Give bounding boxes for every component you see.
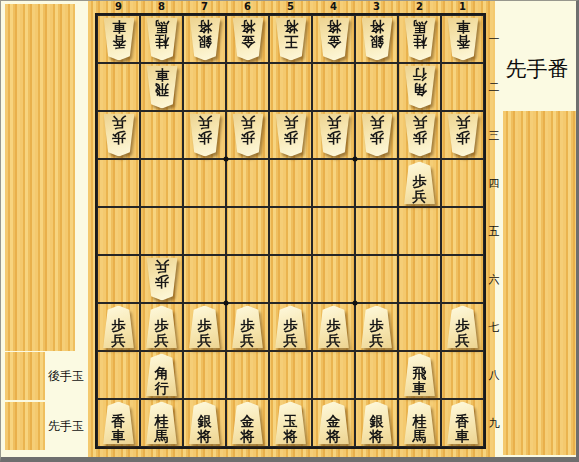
- square-8-1[interactable]: 桂馬: [140, 15, 183, 63]
- koma-face: 歩兵: [316, 114, 351, 157]
- turn-indicator: 先手番: [497, 55, 577, 83]
- square-8-2[interactable]: 飛車: [140, 63, 183, 111]
- koma-face: 歩兵: [101, 306, 136, 349]
- koma-face: 角行: [144, 354, 179, 397]
- square-9-3[interactable]: 歩兵: [97, 111, 140, 159]
- square-6-8[interactable]: [226, 351, 269, 399]
- square-5-2[interactable]: [269, 63, 312, 111]
- square-1-6[interactable]: [441, 255, 484, 303]
- square-9-2[interactable]: [97, 63, 140, 111]
- koma-face: 歩兵: [445, 306, 480, 349]
- gote-komadai-panel[interactable]: [5, 4, 75, 351]
- piece-sente-銀将[interactable]: 銀将: [187, 402, 222, 445]
- koma-face: 香車: [445, 18, 480, 61]
- square-2-1[interactable]: 桂馬: [398, 15, 441, 63]
- square-6-6[interactable]: [226, 255, 269, 303]
- square-9-1[interactable]: 香車: [97, 15, 140, 63]
- square-3-2[interactable]: [355, 63, 398, 111]
- koma-face: 角行: [402, 66, 437, 109]
- piece-gote-歩兵[interactable]: 歩兵: [101, 114, 136, 157]
- rank-label-5: 五: [487, 207, 501, 255]
- square-5-1[interactable]: 王将: [269, 15, 312, 63]
- square-4-3[interactable]: 歩兵: [312, 111, 355, 159]
- square-5-3[interactable]: 歩兵: [269, 111, 312, 159]
- piece-gote-金将[interactable]: 金将: [230, 18, 265, 61]
- file-label-5: 5: [269, 1, 312, 13]
- piece-gote-歩兵[interactable]: 歩兵: [402, 114, 437, 157]
- piece-gote-銀将[interactable]: 銀将: [187, 18, 222, 61]
- square-8-4[interactable]: [140, 159, 183, 207]
- star-point: [224, 157, 229, 162]
- piece-gote-王将[interactable]: 王将: [273, 18, 308, 61]
- star-point: [353, 301, 358, 306]
- koma-face: 歩兵: [230, 306, 265, 349]
- square-2-8[interactable]: 飛車: [398, 351, 441, 399]
- piece-sente-桂馬[interactable]: 桂馬: [402, 402, 437, 445]
- square-4-7[interactable]: 歩兵: [312, 303, 355, 351]
- star-point: [353, 157, 358, 162]
- square-4-5[interactable]: [312, 207, 355, 255]
- square-4-6[interactable]: [312, 255, 355, 303]
- square-6-1[interactable]: 金将: [226, 15, 269, 63]
- file-label-6: 6: [226, 1, 269, 13]
- sente-king-tray[interactable]: [5, 402, 45, 450]
- koma-face: 金将: [316, 18, 351, 61]
- piece-gote-桂馬[interactable]: 桂馬: [144, 18, 179, 61]
- square-4-9[interactable]: 金将: [312, 399, 355, 447]
- square-6-2[interactable]: [226, 63, 269, 111]
- piece-sente-歩兵[interactable]: 歩兵: [187, 306, 222, 349]
- koma-face: 銀将: [187, 402, 222, 445]
- square-4-8[interactable]: [312, 351, 355, 399]
- piece-sente-歩兵[interactable]: 歩兵: [144, 306, 179, 349]
- koma-face: 歩兵: [316, 306, 351, 349]
- square-1-1[interactable]: 香車: [441, 15, 484, 63]
- koma-face: 玉将: [273, 402, 308, 445]
- piece-gote-歩兵[interactable]: 歩兵: [144, 258, 179, 301]
- gote-king-tray-label: 後手玉: [46, 352, 86, 400]
- koma-face: 王将: [273, 18, 308, 61]
- square-9-6[interactable]: [97, 255, 140, 303]
- koma-face: 歩兵: [187, 114, 222, 157]
- piece-sente-金将[interactable]: 金将: [230, 402, 265, 445]
- piece-sente-角行[interactable]: 角行: [144, 354, 179, 397]
- file-label-4: 4: [312, 1, 355, 13]
- rank-label-8: 八: [487, 351, 501, 399]
- koma-face: 銀将: [359, 402, 394, 445]
- koma-face: 歩兵: [101, 114, 136, 157]
- sente-king-tray-label: 先手玉: [46, 402, 86, 450]
- square-8-9[interactable]: 桂馬: [140, 399, 183, 447]
- koma-face: 香車: [101, 18, 136, 61]
- koma-face: 銀将: [359, 18, 394, 61]
- koma-face: 香車: [445, 402, 480, 445]
- piece-gote-金将[interactable]: 金将: [316, 18, 351, 61]
- koma-face: 歩兵: [230, 114, 265, 157]
- board-grid: 香車桂馬銀将金将王将金将銀将桂馬香車飛車角行歩兵歩兵歩兵歩兵歩兵歩兵歩兵歩兵歩兵…: [95, 13, 486, 449]
- piece-sente-歩兵[interactable]: 歩兵: [101, 306, 136, 349]
- square-3-8[interactable]: [355, 351, 398, 399]
- piece-sente-歩兵[interactable]: 歩兵: [273, 306, 308, 349]
- piece-sente-歩兵[interactable]: 歩兵: [445, 306, 480, 349]
- file-label-2: 2: [398, 1, 441, 13]
- square-5-6[interactable]: [269, 255, 312, 303]
- square-3-5[interactable]: [355, 207, 398, 255]
- square-6-4[interactable]: [226, 159, 269, 207]
- square-5-7[interactable]: 歩兵: [269, 303, 312, 351]
- square-7-9[interactable]: 銀将: [183, 399, 226, 447]
- piece-gote-歩兵[interactable]: 歩兵: [359, 114, 394, 157]
- square-6-9[interactable]: 金将: [226, 399, 269, 447]
- square-7-3[interactable]: 歩兵: [183, 111, 226, 159]
- square-7-7[interactable]: 歩兵: [183, 303, 226, 351]
- koma-face: 歩兵: [144, 306, 179, 349]
- koma-face: 歩兵: [187, 306, 222, 349]
- square-2-9[interactable]: 桂馬: [398, 399, 441, 447]
- rank-label-4: 四: [487, 159, 501, 207]
- koma-face: 歩兵: [273, 306, 308, 349]
- piece-gote-歩兵[interactable]: 歩兵: [316, 114, 351, 157]
- koma-face: 金将: [316, 402, 351, 445]
- square-8-6[interactable]: 歩兵: [140, 255, 183, 303]
- square-7-1[interactable]: 銀将: [183, 15, 226, 63]
- piece-sente-歩兵[interactable]: 歩兵: [230, 306, 265, 349]
- file-label-1: 1: [441, 1, 484, 13]
- piece-gote-歩兵[interactable]: 歩兵: [273, 114, 308, 157]
- piece-gote-銀将[interactable]: 銀将: [359, 18, 394, 61]
- piece-sente-歩兵[interactable]: 歩兵: [359, 306, 394, 349]
- rank-label-7: 七: [487, 303, 501, 351]
- square-1-4[interactable]: [441, 159, 484, 207]
- square-1-3[interactable]: 歩兵: [441, 111, 484, 159]
- piece-sente-歩兵[interactable]: 歩兵: [316, 306, 351, 349]
- koma-face: 歩兵: [359, 114, 394, 157]
- koma-face: 桂馬: [402, 402, 437, 445]
- koma-face: 銀将: [187, 18, 222, 61]
- shogi-app-window: 後手玉 先手玉 987654321 香車桂馬銀将金将王将金将銀将桂馬香車飛車角行…: [0, 0, 579, 462]
- piece-gote-飛車[interactable]: 飛車: [144, 66, 179, 109]
- koma-face: 桂馬: [144, 18, 179, 61]
- square-2-6[interactable]: [398, 255, 441, 303]
- board-panel: 987654321 香車桂馬銀将金将王将金将銀将桂馬香車飛車角行歩兵歩兵歩兵歩兵…: [88, 1, 495, 457]
- square-7-5[interactable]: [183, 207, 226, 255]
- koma-face: 金将: [230, 402, 265, 445]
- koma-face: 金将: [230, 18, 265, 61]
- koma-face: 桂馬: [402, 18, 437, 61]
- square-3-1[interactable]: 銀将: [355, 15, 398, 63]
- square-2-4[interactable]: 歩兵: [398, 159, 441, 207]
- gote-king-tray[interactable]: [5, 352, 45, 400]
- rank-label-3: 三: [487, 111, 501, 159]
- file-label-8: 8: [140, 1, 183, 13]
- square-6-7[interactable]: 歩兵: [226, 303, 269, 351]
- star-point: [224, 301, 229, 306]
- koma-face: 歩兵: [402, 162, 437, 205]
- koma-face: 飛車: [402, 354, 437, 397]
- square-7-6[interactable]: [183, 255, 226, 303]
- square-6-3[interactable]: 歩兵: [226, 111, 269, 159]
- square-2-3[interactable]: 歩兵: [398, 111, 441, 159]
- piece-sente-香車[interactable]: 香車: [101, 402, 136, 445]
- square-6-5[interactable]: [226, 207, 269, 255]
- piece-sente-香車[interactable]: 香車: [445, 402, 480, 445]
- piece-sente-桂馬[interactable]: 桂馬: [144, 402, 179, 445]
- file-label-3: 3: [355, 1, 398, 13]
- piece-sente-玉将[interactable]: 玉将: [273, 402, 308, 445]
- piece-gote-歩兵[interactable]: 歩兵: [230, 114, 265, 157]
- rank-label-6: 六: [487, 255, 501, 303]
- square-5-8[interactable]: [269, 351, 312, 399]
- koma-face: 歩兵: [402, 114, 437, 157]
- square-7-8[interactable]: [183, 351, 226, 399]
- koma-face: 飛車: [144, 66, 179, 109]
- piece-gote-歩兵[interactable]: 歩兵: [187, 114, 222, 157]
- koma-face: 歩兵: [445, 114, 480, 157]
- square-1-7[interactable]: 歩兵: [441, 303, 484, 351]
- piece-gote-香車[interactable]: 香車: [101, 18, 136, 61]
- square-8-5[interactable]: [140, 207, 183, 255]
- koma-face: 桂馬: [144, 402, 179, 445]
- file-label-9: 9: [97, 1, 140, 13]
- square-8-7[interactable]: 歩兵: [140, 303, 183, 351]
- square-4-1[interactable]: 金将: [312, 15, 355, 63]
- square-8-8[interactable]: 角行: [140, 351, 183, 399]
- file-label-7: 7: [183, 1, 226, 13]
- square-9-4[interactable]: [97, 159, 140, 207]
- square-9-7[interactable]: 歩兵: [97, 303, 140, 351]
- sente-komadai-panel[interactable]: [503, 111, 576, 455]
- square-5-9[interactable]: 玉将: [269, 399, 312, 447]
- square-3-7[interactable]: 歩兵: [355, 303, 398, 351]
- square-8-3[interactable]: [140, 111, 183, 159]
- koma-face: 香車: [101, 402, 136, 445]
- square-1-2[interactable]: [441, 63, 484, 111]
- piece-gote-歩兵[interactable]: 歩兵: [445, 114, 480, 157]
- square-9-9[interactable]: 香車: [97, 399, 140, 447]
- square-3-4[interactable]: [355, 159, 398, 207]
- square-9-8[interactable]: [97, 351, 140, 399]
- piece-gote-桂馬[interactable]: 桂馬: [402, 18, 437, 61]
- square-1-8[interactable]: [441, 351, 484, 399]
- piece-gote-角行[interactable]: 角行: [402, 66, 437, 109]
- square-1-5[interactable]: [441, 207, 484, 255]
- square-3-9[interactable]: 銀将: [355, 399, 398, 447]
- piece-sente-歩兵[interactable]: 歩兵: [402, 162, 437, 205]
- square-4-4[interactable]: [312, 159, 355, 207]
- piece-gote-香車[interactable]: 香車: [445, 18, 480, 61]
- rank-label-9: 九: [487, 399, 501, 447]
- koma-face: 歩兵: [359, 306, 394, 349]
- square-3-3[interactable]: 歩兵: [355, 111, 398, 159]
- piece-sente-銀将[interactable]: 銀将: [359, 402, 394, 445]
- piece-sente-飛車[interactable]: 飛車: [402, 354, 437, 397]
- koma-face: 歩兵: [273, 114, 308, 157]
- square-2-7[interactable]: [398, 303, 441, 351]
- square-5-5[interactable]: [269, 207, 312, 255]
- square-3-6[interactable]: [355, 255, 398, 303]
- koma-face: 歩兵: [144, 258, 179, 301]
- square-4-2[interactable]: [312, 63, 355, 111]
- square-1-9[interactable]: 香車: [441, 399, 484, 447]
- piece-sente-金将[interactable]: 金将: [316, 402, 351, 445]
- square-5-4[interactable]: [269, 159, 312, 207]
- square-2-5[interactable]: [398, 207, 441, 255]
- square-9-5[interactable]: [97, 207, 140, 255]
- square-7-4[interactable]: [183, 159, 226, 207]
- square-2-2[interactable]: 角行: [398, 63, 441, 111]
- square-7-2[interactable]: [183, 63, 226, 111]
